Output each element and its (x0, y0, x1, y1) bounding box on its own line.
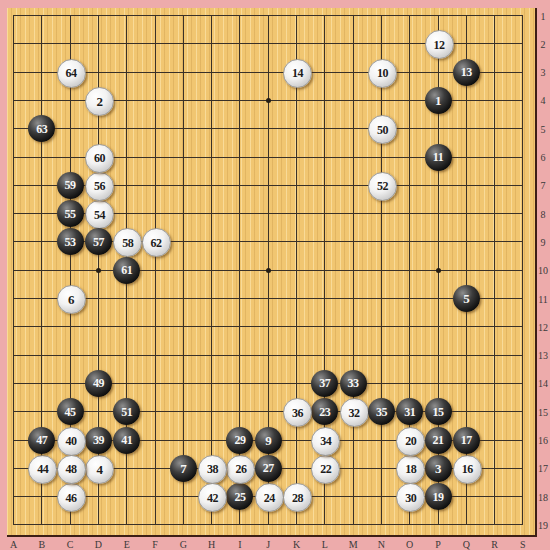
stone: 45 (57, 398, 84, 425)
grid-line-horizontal (13, 326, 523, 327)
stone: 14 (283, 59, 312, 88)
column-label: A (6, 540, 22, 550)
row-label: 7 (536, 181, 550, 191)
stone-number: 2 (96, 95, 102, 108)
stone: 41 (113, 427, 140, 454)
stone: 12 (425, 30, 454, 59)
stone: 54 (85, 200, 114, 229)
stone-number: 51 (121, 406, 132, 418)
stone-number: 31 (404, 406, 415, 418)
row-label: 6 (536, 153, 550, 163)
stone-number: 36 (292, 407, 303, 419)
stone: 22 (311, 455, 340, 484)
stone: 30 (396, 483, 425, 512)
stone-number: 64 (66, 67, 77, 79)
stone: 39 (85, 427, 112, 454)
stone-number: 32 (349, 407, 360, 419)
stone: 7 (170, 455, 197, 482)
stone: 61 (113, 257, 140, 284)
stone-number: 61 (121, 264, 132, 276)
stone-number: 62 (151, 237, 162, 249)
row-label: 10 (536, 266, 550, 276)
stone-number: 22 (320, 463, 331, 475)
stone: 36 (283, 398, 312, 427)
stone: 28 (283, 483, 312, 512)
stone-number: 11 (433, 151, 443, 163)
row-label: 9 (536, 238, 550, 248)
stone: 34 (311, 427, 340, 456)
column-label: C (62, 540, 78, 550)
stone: 38 (198, 455, 227, 484)
star-point (266, 98, 271, 103)
stone: 3 (425, 455, 452, 482)
row-label: 14 (536, 379, 550, 389)
stone: 6 (57, 285, 86, 314)
stone: 9 (255, 427, 282, 454)
stone-number: 48 (66, 463, 77, 475)
stone-number: 39 (93, 434, 104, 446)
stone: 55 (57, 200, 84, 227)
stone-number: 13 (461, 66, 472, 78)
stone: 44 (28, 455, 57, 484)
row-label: 4 (536, 96, 550, 106)
stone-number: 27 (263, 462, 274, 474)
stone-number: 15 (433, 406, 444, 418)
stone: 24 (255, 483, 284, 512)
stone-number: 46 (66, 492, 77, 504)
stone-number: 4 (96, 463, 102, 476)
stone-number: 25 (234, 491, 245, 503)
stone: 19 (425, 483, 452, 510)
column-label: H (204, 540, 220, 550)
grid-line-horizontal (13, 524, 523, 525)
stone: 29 (226, 427, 253, 454)
row-label: 11 (536, 295, 550, 305)
stone-number: 59 (65, 179, 76, 191)
column-label: N (373, 540, 389, 550)
stone: 20 (396, 427, 425, 456)
stone: 46 (57, 483, 86, 512)
star-point (96, 268, 101, 273)
stone-number: 12 (434, 39, 445, 51)
stone: 13 (453, 59, 480, 86)
stone: 58 (113, 228, 142, 257)
stone: 1 (425, 87, 452, 114)
column-label: Q (458, 540, 474, 550)
stone-number: 40 (66, 435, 77, 447)
stone: 48 (57, 455, 86, 484)
row-label: 13 (536, 351, 550, 361)
stone: 40 (57, 427, 86, 456)
stone-number: 21 (433, 434, 444, 446)
stone-number: 20 (405, 435, 416, 447)
stone: 59 (57, 172, 84, 199)
stone: 15 (425, 398, 452, 425)
stone-number: 30 (405, 492, 416, 504)
stone: 23 (311, 398, 338, 425)
stone-number: 14 (292, 67, 303, 79)
stone: 26 (226, 455, 255, 484)
stone: 60 (85, 144, 114, 173)
grid-line-vertical (494, 15, 495, 525)
row-label: 17 (536, 464, 550, 474)
column-label: E (119, 540, 135, 550)
row-label: 8 (536, 210, 550, 220)
stone-number: 56 (94, 180, 105, 192)
stone-number: 44 (37, 463, 48, 475)
stone: 27 (255, 455, 282, 482)
column-label: K (289, 540, 305, 550)
stone: 31 (396, 398, 423, 425)
stone: 52 (368, 172, 397, 201)
row-label: 16 (536, 436, 550, 446)
stone-number: 37 (319, 377, 330, 389)
column-label: M (345, 540, 361, 550)
column-label: J (260, 540, 276, 550)
column-label: R (487, 540, 503, 550)
stone: 53 (57, 228, 84, 255)
stone: 57 (85, 228, 112, 255)
stone-number: 17 (461, 434, 472, 446)
stone: 47 (28, 427, 55, 454)
stone-number: 3 (435, 462, 441, 475)
stone-number: 55 (65, 208, 76, 220)
stone: 18 (396, 455, 425, 484)
stone: 50 (368, 115, 397, 144)
grid-line-horizontal (13, 298, 523, 299)
stone-number: 34 (320, 435, 331, 447)
row-label: 19 (536, 521, 550, 531)
row-label: 2 (536, 40, 550, 50)
stone-number: 47 (36, 434, 47, 446)
stone-number: 10 (377, 67, 388, 79)
star-point (266, 268, 271, 273)
column-label: D (90, 540, 106, 550)
stone-number: 50 (377, 124, 388, 136)
stone-number: 57 (93, 236, 104, 248)
stone-number: 1 (435, 94, 441, 107)
stone: 49 (85, 370, 112, 397)
row-label: 1 (536, 12, 550, 22)
stone-number: 53 (65, 236, 76, 248)
stone: 37 (311, 370, 338, 397)
grid-line-vertical (353, 15, 354, 525)
stone-number: 52 (377, 180, 388, 192)
stone-number: 42 (207, 492, 218, 504)
stone-number: 41 (121, 434, 132, 446)
stone-number: 33 (348, 377, 359, 389)
stone: 64 (57, 59, 86, 88)
stone: 2 (85, 87, 114, 116)
stone: 33 (340, 370, 367, 397)
column-label: O (402, 540, 418, 550)
column-label: L (317, 540, 333, 550)
stone-number: 5 (463, 292, 469, 305)
stone: 21 (425, 427, 452, 454)
stone: 62 (142, 228, 171, 257)
stone: 17 (453, 427, 480, 454)
stone-number: 60 (94, 152, 105, 164)
grid-line-horizontal (13, 355, 523, 356)
board-frame: ABCDEFGHIJKLMNOPQRS123456789101112131415… (0, 0, 550, 550)
row-label: 3 (536, 68, 550, 78)
stone-number: 6 (68, 293, 74, 306)
stone: 16 (453, 455, 482, 484)
stone-number: 49 (93, 377, 104, 389)
stone-number: 7 (180, 462, 186, 475)
stone-number: 35 (376, 406, 387, 418)
column-label: B (34, 540, 50, 550)
stone-number: 38 (207, 463, 218, 475)
stone-number: 29 (234, 434, 245, 446)
row-label: 5 (536, 125, 550, 135)
row-label: 12 (536, 323, 550, 333)
column-label: F (147, 540, 163, 550)
stone-number: 9 (265, 434, 271, 447)
stone-number: 58 (122, 237, 133, 249)
stone: 5 (453, 285, 480, 312)
stone-number: 63 (36, 123, 47, 135)
board-layer: ABCDEFGHIJKLMNOPQRS123456789101112131415… (0, 0, 550, 550)
stone-number: 54 (94, 209, 105, 221)
stone-number: 16 (462, 463, 473, 475)
grid-line-vertical (522, 15, 523, 525)
column-label: I (232, 540, 248, 550)
stone: 51 (113, 398, 140, 425)
star-point (436, 268, 441, 273)
stone-number: 23 (319, 406, 330, 418)
grid-line-vertical (296, 15, 297, 525)
grid-line-vertical (381, 15, 382, 525)
row-label: 15 (536, 408, 550, 418)
stone-number: 26 (235, 463, 246, 475)
column-label: P (430, 540, 446, 550)
column-label: G (175, 540, 191, 550)
column-label: S (515, 540, 531, 550)
stone: 10 (368, 59, 397, 88)
stone: 63 (28, 115, 55, 142)
stone: 35 (368, 398, 395, 425)
stone: 42 (198, 483, 227, 512)
stone: 56 (85, 172, 114, 201)
stone: 25 (226, 483, 253, 510)
stone-number: 24 (264, 492, 275, 504)
stone: 32 (340, 398, 369, 427)
row-label: 18 (536, 493, 550, 503)
stone: 4 (85, 455, 114, 484)
stone-number: 19 (433, 491, 444, 503)
stone-number: 28 (292, 492, 303, 504)
stone: 11 (425, 144, 452, 171)
stone-number: 45 (65, 406, 76, 418)
stone-number: 18 (405, 463, 416, 475)
